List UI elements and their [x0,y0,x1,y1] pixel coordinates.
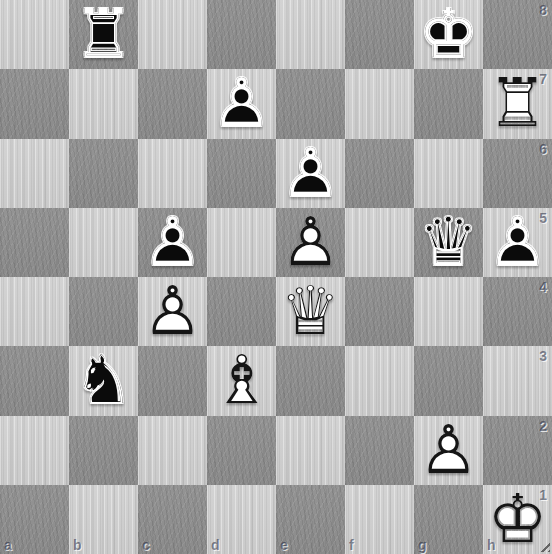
square-a4[interactable] [0,277,69,346]
rank-label-8: 8 [539,2,547,18]
black-rook-outline-glyph: ♖ [69,0,138,69]
rank-label-4: 4 [539,279,547,295]
file-label-a: a [4,537,12,553]
white-pawn[interactable]: ♟♙ [414,416,483,485]
square-b5[interactable] [69,208,138,277]
file-label-b: b [73,537,82,553]
square-e4[interactable]: ♛♕ [276,277,345,346]
square-a8[interactable] [0,0,69,69]
rank-label-2: 2 [539,418,547,434]
file-label-f: f [349,537,354,553]
white-queen[interactable]: ♛♕ [276,277,345,346]
square-b7[interactable] [69,69,138,138]
rank-label-6: 6 [539,141,547,157]
black-pawn-outline-glyph: ♙ [207,69,276,138]
square-d7[interactable]: ♟♙ [207,69,276,138]
square-e6[interactable]: ♟♙ [276,139,345,208]
square-h7[interactable]: 7♜♖ [483,69,552,138]
file-label-e: e [280,537,288,553]
square-h3[interactable]: 3 [483,346,552,415]
file-label-g: g [418,537,427,553]
square-c4[interactable]: ♟♙ [138,277,207,346]
rank-label-3: 3 [539,348,547,364]
white-bishop[interactable]: ♝♗ [207,346,276,415]
square-g2[interactable]: ♟♙ [414,416,483,485]
black-knight[interactable]: ♞♘ [69,346,138,415]
square-c7[interactable] [138,69,207,138]
square-f6[interactable] [345,139,414,208]
square-d5[interactable] [207,208,276,277]
square-c5[interactable]: ♟♙ [138,208,207,277]
black-king-outline-glyph: ♔ [414,0,483,69]
white-pawn-outline-glyph: ♙ [414,416,483,485]
rank-label-1: 1 [539,487,547,503]
white-bishop-outline-glyph: ♗ [207,346,276,415]
white-pawn-outline-glyph: ♙ [138,277,207,346]
black-pawn[interactable]: ♟♙ [207,69,276,138]
square-g8[interactable]: ♚♔ [414,0,483,69]
white-pawn[interactable]: ♟♙ [138,277,207,346]
square-b8[interactable]: ♜♖ [69,0,138,69]
square-h8[interactable]: 8 [483,0,552,69]
square-g4[interactable] [414,277,483,346]
square-c1[interactable]: c [138,485,207,554]
square-g6[interactable] [414,139,483,208]
square-d3[interactable]: ♝♗ [207,346,276,415]
chess-board-container: ♜♖♚♔8♟♙7♜♖♟♙6♟♙♟♙♛♕5♟♙♟♙♛♕4♞♘♝♗3♟♙2abcde… [0,0,552,554]
square-h6[interactable]: 6 [483,139,552,208]
square-e3[interactable] [276,346,345,415]
square-a6[interactable] [0,139,69,208]
square-c2[interactable] [138,416,207,485]
square-h1[interactable]: 1h♚♔ [483,485,552,554]
rank-label-7: 7 [539,71,547,87]
white-queen-outline-glyph: ♕ [276,277,345,346]
square-a5[interactable] [0,208,69,277]
file-label-d: d [211,537,220,553]
square-f5[interactable] [345,208,414,277]
square-g3[interactable] [414,346,483,415]
square-d6[interactable] [207,139,276,208]
chess-board: ♜♖♚♔8♟♙7♜♖♟♙6♟♙♟♙♛♕5♟♙♟♙♛♕4♞♘♝♗3♟♙2abcde… [0,0,552,554]
square-c8[interactable] [138,0,207,69]
square-a1[interactable]: a [0,485,69,554]
square-g5[interactable]: ♛♕ [414,208,483,277]
black-queen[interactable]: ♛♕ [414,208,483,277]
square-h4[interactable]: 4 [483,277,552,346]
square-e1[interactable]: e [276,485,345,554]
square-g7[interactable] [414,69,483,138]
square-b3[interactable]: ♞♘ [69,346,138,415]
square-b1[interactable]: b [69,485,138,554]
square-f3[interactable] [345,346,414,415]
square-a3[interactable] [0,346,69,415]
square-f4[interactable] [345,277,414,346]
file-label-h: h [487,537,496,553]
square-e5[interactable]: ♟♙ [276,208,345,277]
square-f8[interactable] [345,0,414,69]
square-g1[interactable]: g [414,485,483,554]
white-pawn-outline-glyph: ♙ [276,208,345,277]
square-e2[interactable] [276,416,345,485]
black-rook[interactable]: ♜♖ [69,0,138,69]
square-e7[interactable] [276,69,345,138]
black-knight-outline-glyph: ♘ [69,346,138,415]
rank-label-5: 5 [539,210,547,226]
square-f7[interactable] [345,69,414,138]
square-f2[interactable] [345,416,414,485]
black-queen-outline-glyph: ♕ [414,208,483,277]
square-e8[interactable] [276,0,345,69]
square-d8[interactable] [207,0,276,69]
square-h5[interactable]: 5♟♙ [483,208,552,277]
square-c3[interactable] [138,346,207,415]
black-pawn-outline-glyph: ♙ [276,139,345,208]
square-c6[interactable] [138,139,207,208]
square-d1[interactable]: d [207,485,276,554]
square-a2[interactable] [0,416,69,485]
square-h2[interactable]: 2 [483,416,552,485]
square-d2[interactable] [207,416,276,485]
black-king[interactable]: ♚♔ [414,0,483,69]
square-b6[interactable] [69,139,138,208]
square-f1[interactable]: f [345,485,414,554]
square-b2[interactable] [69,416,138,485]
black-pawn[interactable]: ♟♙ [138,208,207,277]
black-pawn[interactable]: ♟♙ [276,139,345,208]
square-a7[interactable] [0,69,69,138]
square-d4[interactable] [207,277,276,346]
white-pawn[interactable]: ♟♙ [276,208,345,277]
file-label-c: c [142,537,150,553]
black-pawn-outline-glyph: ♙ [138,208,207,277]
square-b4[interactable] [69,277,138,346]
